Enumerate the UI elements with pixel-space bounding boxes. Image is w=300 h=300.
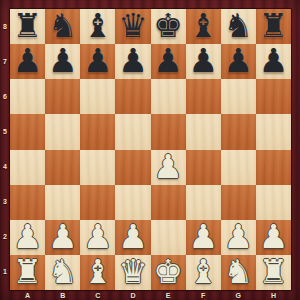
square-g2[interactable]: ♟ bbox=[221, 220, 256, 255]
piece-white-pawn[interactable]: ♟ bbox=[83, 219, 113, 254]
square-a1[interactable]: ♜ bbox=[10, 255, 45, 290]
piece-white-rook[interactable]: ♜ bbox=[259, 254, 289, 289]
square-e4[interactable]: ♟ bbox=[151, 150, 186, 185]
piece-white-pawn[interactable]: ♟ bbox=[118, 219, 148, 254]
piece-black-pawn[interactable]: ♟ bbox=[188, 43, 218, 78]
square-f8[interactable]: ♝ bbox=[186, 9, 221, 44]
square-h3[interactable] bbox=[256, 185, 291, 220]
square-a4[interactable] bbox=[10, 150, 45, 185]
rank-label-2: 2 bbox=[1, 233, 9, 240]
square-b8[interactable]: ♞ bbox=[45, 9, 80, 44]
square-a7[interactable]: ♟ bbox=[10, 44, 45, 79]
piece-white-pawn[interactable]: ♟ bbox=[259, 219, 289, 254]
square-b5[interactable] bbox=[45, 114, 80, 149]
file-label-h: H bbox=[267, 291, 279, 300]
piece-black-pawn[interactable]: ♟ bbox=[153, 43, 183, 78]
square-f4[interactable] bbox=[186, 150, 221, 185]
square-g8[interactable]: ♞ bbox=[221, 9, 256, 44]
rank-label-4: 4 bbox=[1, 163, 9, 170]
square-h2[interactable]: ♟ bbox=[256, 220, 291, 255]
piece-white-king[interactable]: ♚ bbox=[153, 254, 183, 289]
piece-black-pawn[interactable]: ♟ bbox=[48, 43, 78, 78]
file-label-g: G bbox=[232, 291, 244, 300]
square-f7[interactable]: ♟ bbox=[186, 44, 221, 79]
piece-black-knight[interactable]: ♞ bbox=[48, 8, 78, 43]
square-c5[interactable] bbox=[80, 114, 115, 149]
piece-black-bishop[interactable]: ♝ bbox=[188, 8, 218, 43]
square-c2[interactable]: ♟ bbox=[80, 220, 115, 255]
piece-black-queen[interactable]: ♛ bbox=[118, 8, 148, 43]
square-c6[interactable] bbox=[80, 79, 115, 114]
square-c8[interactable]: ♝ bbox=[80, 9, 115, 44]
square-e6[interactable] bbox=[151, 79, 186, 114]
square-f1[interactable]: ♝ bbox=[186, 255, 221, 290]
square-c4[interactable] bbox=[80, 150, 115, 185]
square-d6[interactable] bbox=[115, 79, 150, 114]
rank-label-7: 7 bbox=[1, 58, 9, 65]
square-a8[interactable]: ♜ bbox=[10, 9, 45, 44]
square-a2[interactable]: ♟ bbox=[10, 220, 45, 255]
piece-black-knight[interactable]: ♞ bbox=[224, 8, 254, 43]
rank-label-1: 1 bbox=[1, 268, 9, 275]
square-e5[interactable] bbox=[151, 114, 186, 149]
rank-label-8: 8 bbox=[1, 23, 9, 30]
square-g1[interactable]: ♞ bbox=[221, 255, 256, 290]
square-h7[interactable]: ♟ bbox=[256, 44, 291, 79]
square-e8[interactable]: ♚ bbox=[151, 9, 186, 44]
square-d7[interactable]: ♟ bbox=[115, 44, 150, 79]
square-g4[interactable] bbox=[221, 150, 256, 185]
piece-white-bishop[interactable]: ♝ bbox=[188, 254, 218, 289]
square-f3[interactable] bbox=[186, 185, 221, 220]
piece-black-rook[interactable]: ♜ bbox=[259, 8, 289, 43]
square-g6[interactable] bbox=[221, 79, 256, 114]
square-c1[interactable]: ♝ bbox=[80, 255, 115, 290]
square-b3[interactable] bbox=[45, 185, 80, 220]
square-h6[interactable] bbox=[256, 79, 291, 114]
square-g7[interactable]: ♟ bbox=[221, 44, 256, 79]
piece-black-king[interactable]: ♚ bbox=[153, 8, 183, 43]
piece-white-pawn[interactable]: ♟ bbox=[48, 219, 78, 254]
square-h5[interactable] bbox=[256, 114, 291, 149]
piece-white-bishop[interactable]: ♝ bbox=[83, 254, 113, 289]
square-h1[interactable]: ♜ bbox=[256, 255, 291, 290]
piece-black-rook[interactable]: ♜ bbox=[13, 8, 43, 43]
piece-white-pawn[interactable]: ♟ bbox=[224, 219, 254, 254]
square-b4[interactable] bbox=[45, 150, 80, 185]
square-e3[interactable] bbox=[151, 185, 186, 220]
square-e2[interactable] bbox=[151, 220, 186, 255]
square-f2[interactable]: ♟ bbox=[186, 220, 221, 255]
square-d3[interactable] bbox=[115, 185, 150, 220]
rank-label-5: 5 bbox=[1, 128, 9, 135]
piece-black-pawn[interactable]: ♟ bbox=[259, 43, 289, 78]
piece-white-pawn[interactable]: ♟ bbox=[188, 219, 218, 254]
square-b2[interactable]: ♟ bbox=[45, 220, 80, 255]
square-f5[interactable] bbox=[186, 114, 221, 149]
square-a3[interactable] bbox=[10, 185, 45, 220]
rank-label-3: 3 bbox=[1, 198, 9, 205]
square-d5[interactable] bbox=[115, 114, 150, 149]
square-g3[interactable] bbox=[221, 185, 256, 220]
file-label-f: F bbox=[197, 291, 209, 300]
square-d4[interactable] bbox=[115, 150, 150, 185]
file-label-b: B bbox=[57, 291, 69, 300]
square-c7[interactable]: ♟ bbox=[80, 44, 115, 79]
chessboard: ♜♞♝♛♚♝♞♜♟♟♟♟♟♟♟♟♟♟♟♟♟♟♟♟♜♞♝♛♚♝♞♜ bbox=[10, 9, 291, 290]
piece-black-bishop[interactable]: ♝ bbox=[83, 8, 113, 43]
square-g5[interactable] bbox=[221, 114, 256, 149]
piece-black-pawn[interactable]: ♟ bbox=[13, 43, 43, 78]
piece-white-queen[interactable]: ♛ bbox=[118, 254, 148, 289]
piece-black-pawn[interactable]: ♟ bbox=[224, 43, 254, 78]
square-a6[interactable] bbox=[10, 79, 45, 114]
square-h4[interactable] bbox=[256, 150, 291, 185]
square-h8[interactable]: ♜ bbox=[256, 9, 291, 44]
piece-black-pawn[interactable]: ♟ bbox=[83, 43, 113, 78]
rank-label-6: 6 bbox=[1, 93, 9, 100]
square-c3[interactable] bbox=[80, 185, 115, 220]
piece-white-knight[interactable]: ♞ bbox=[224, 254, 254, 289]
square-e1[interactable]: ♚ bbox=[151, 255, 186, 290]
square-e7[interactable]: ♟ bbox=[151, 44, 186, 79]
square-b1[interactable]: ♞ bbox=[45, 255, 80, 290]
square-d1[interactable]: ♛ bbox=[115, 255, 150, 290]
square-f6[interactable] bbox=[186, 79, 221, 114]
piece-white-knight[interactable]: ♞ bbox=[48, 254, 78, 289]
file-label-c: C bbox=[92, 291, 104, 300]
chess-diagram: ♜♞♝♛♚♝♞♜♟♟♟♟♟♟♟♟♟♟♟♟♟♟♟♟♜♞♝♛♚♝♞♜ 8765432… bbox=[0, 0, 300, 300]
file-label-a: A bbox=[22, 291, 34, 300]
square-d8[interactable]: ♛ bbox=[115, 9, 150, 44]
file-label-e: E bbox=[162, 291, 174, 300]
piece-black-pawn[interactable]: ♟ bbox=[118, 43, 148, 78]
square-b7[interactable]: ♟ bbox=[45, 44, 80, 79]
file-label-d: D bbox=[127, 291, 139, 300]
square-b6[interactable] bbox=[45, 79, 80, 114]
square-a5[interactable] bbox=[10, 114, 45, 149]
square-d2[interactable]: ♟ bbox=[115, 220, 150, 255]
piece-white-rook[interactable]: ♜ bbox=[13, 254, 43, 289]
piece-white-pawn[interactable]: ♟ bbox=[153, 149, 183, 184]
piece-white-pawn[interactable]: ♟ bbox=[13, 219, 43, 254]
